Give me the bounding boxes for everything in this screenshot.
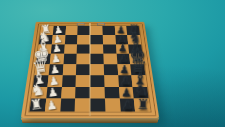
square <box>77 54 90 64</box>
square <box>75 86 90 98</box>
square: ♟ <box>119 99 135 112</box>
square <box>102 26 115 35</box>
photo-scene: ♜♟♟♜♞♟♟♞♝♟♟♝♚♟♟♚♛♟♟♛♝♟♟♝♞♟♟♞♜♟♟♜ <box>0 0 225 127</box>
square <box>76 75 90 86</box>
square <box>104 86 119 98</box>
square: ♜ <box>30 99 46 112</box>
piece-white-rook: ♜ <box>29 96 44 112</box>
piece-black-rook: ♜ <box>137 97 150 112</box>
square <box>75 99 90 112</box>
square <box>64 44 77 54</box>
square <box>103 44 116 54</box>
board-front-edge <box>21 118 159 123</box>
square <box>77 44 90 54</box>
piece-black-pawn: ♟ <box>122 99 133 111</box>
square <box>60 99 76 112</box>
square <box>63 54 77 64</box>
square <box>90 26 102 35</box>
square <box>65 26 78 35</box>
square <box>90 35 103 44</box>
board-grid: ♜♟♟♜♞♟♟♞♝♟♟♝♚♟♟♚♛♟♟♛♝♟♟♝♞♟♟♞♜♟♟♜ <box>30 26 151 111</box>
square <box>78 26 90 35</box>
square <box>90 44 103 54</box>
square <box>104 75 119 86</box>
square <box>76 64 90 75</box>
square <box>105 99 121 112</box>
square <box>103 64 117 75</box>
piece-white-pawn: ♟ <box>45 99 57 112</box>
square <box>102 35 115 44</box>
square <box>90 99 105 112</box>
square <box>77 35 90 44</box>
square: ♟ <box>45 99 61 112</box>
square: ♟ <box>119 86 135 98</box>
chess-board: ♜♟♟♜♞♟♟♞♝♟♟♝♚♟♟♚♛♟♟♛♝♟♟♝♞♟♟♞♜♟♟♜ <box>21 22 159 119</box>
piece-black-pawn: ♟ <box>121 87 132 99</box>
square <box>61 75 76 86</box>
square <box>90 86 105 98</box>
square <box>90 54 103 64</box>
square <box>90 64 104 75</box>
square: ♜ <box>134 99 150 112</box>
square: ♟ <box>46 86 62 98</box>
square <box>103 54 117 64</box>
square <box>62 64 76 75</box>
square <box>64 35 77 44</box>
square <box>90 75 104 86</box>
square <box>61 86 76 98</box>
